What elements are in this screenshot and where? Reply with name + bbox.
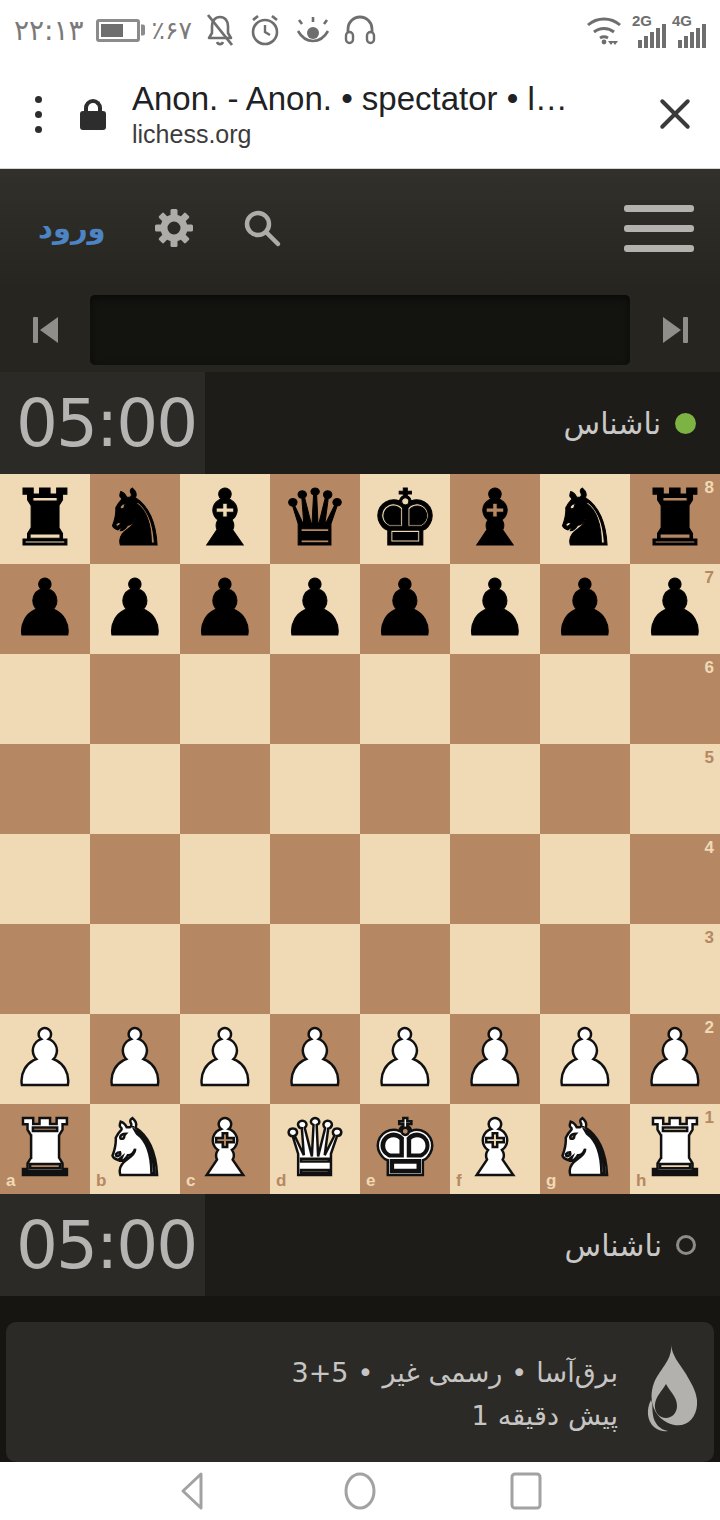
white-pawn[interactable]: ♟	[90, 1014, 180, 1104]
chess-board: ♜♞♝♛♚♝♞8♜♟♟♟♟♟♟♟7♟6543♟♟♟♟♟♟♟2♟a♜b♞c♝d♛e…	[0, 474, 720, 1194]
square-c4[interactable]	[180, 834, 270, 924]
square-f4[interactable]	[450, 834, 540, 924]
info-word: غیر	[382, 1357, 419, 1388]
back-icon[interactable]	[170, 1467, 218, 1515]
page-title: Anon. - Anon. • spectator • l…	[132, 80, 568, 118]
square-a6[interactable]	[0, 654, 90, 744]
black-knight[interactable]: ♞	[540, 474, 630, 564]
battery-percent: ٪۶۷	[152, 16, 192, 45]
page-url: lichess.org	[132, 120, 568, 149]
square-c1[interactable]: c♝	[180, 1104, 270, 1194]
square-g2[interactable]: ♟	[540, 1014, 630, 1104]
white-pawn[interactable]: ♟	[630, 1014, 720, 1104]
white-bishop[interactable]: ♝	[180, 1104, 270, 1194]
square-d5[interactable]	[270, 744, 360, 834]
game-info-lines: 3+5•غیررسمی•برق‌آسا 1دقیقهپیش	[6, 1353, 618, 1431]
game-time-ago-line: 1دقیقهپیش	[6, 1400, 618, 1431]
black-pawn[interactable]: ♟	[540, 564, 630, 654]
info-word: پیش	[568, 1400, 618, 1431]
info-word: دقیقه	[498, 1400, 559, 1431]
square-e5[interactable]	[360, 744, 450, 834]
bottom-player-id[interactable]: ناشناس	[565, 1228, 696, 1263]
battery-icon	[96, 19, 140, 42]
bottom-player-row: 05:00 ناشناس	[0, 1194, 720, 1296]
game-setup-line: 3+5•غیررسمی•برق‌آسا	[6, 1357, 618, 1388]
spacer	[0, 1296, 720, 1322]
white-pawn[interactable]: ♟	[450, 1014, 540, 1104]
white-pawn[interactable]: ♟	[540, 1014, 630, 1104]
square-h5[interactable]: 5	[630, 744, 720, 834]
hamburger-icon[interactable]	[624, 205, 694, 252]
white-bishop[interactable]: ♝	[450, 1104, 540, 1194]
white-rook[interactable]: ♜	[630, 1104, 720, 1194]
square-g7[interactable]: ♟	[540, 564, 630, 654]
white-pawn[interactable]: ♟	[270, 1014, 360, 1104]
lock-icon[interactable]	[76, 99, 110, 130]
alarm-icon	[248, 13, 282, 47]
square-f1[interactable]: f♝	[450, 1104, 540, 1194]
square-a7[interactable]: ♟	[0, 564, 90, 654]
bottom-player-name: ناشناس	[565, 1228, 662, 1263]
white-knight[interactable]: ♞	[90, 1104, 180, 1194]
black-knight[interactable]: ♞	[90, 474, 180, 564]
android-nav-bar	[0, 1462, 720, 1520]
square-h1[interactable]: 1h♜	[630, 1104, 720, 1194]
square-a1[interactable]: a♜	[0, 1104, 90, 1194]
top-clock-time: 05:00	[16, 385, 196, 462]
square-c3[interactable]	[180, 924, 270, 1014]
headset-icon	[344, 13, 376, 47]
square-h8[interactable]: 8♜	[630, 474, 720, 564]
square-b7[interactable]: ♟	[90, 564, 180, 654]
white-knight[interactable]: ♞	[540, 1104, 630, 1194]
signal-4g-icon: 4G	[678, 12, 706, 48]
black-pawn[interactable]: ♟	[630, 564, 720, 654]
square-e2[interactable]: ♟	[360, 1014, 450, 1104]
black-pawn[interactable]: ♟	[90, 564, 180, 654]
square-b4[interactable]	[90, 834, 180, 924]
square-c5[interactable]	[180, 744, 270, 834]
square-a5[interactable]	[0, 744, 90, 834]
square-g5[interactable]	[540, 744, 630, 834]
move-list[interactable]	[90, 295, 630, 365]
square-g4[interactable]	[540, 834, 630, 924]
white-queen[interactable]: ♛	[270, 1104, 360, 1194]
wifi-icon	[582, 12, 626, 48]
bottom-clock-time: 05:00	[16, 1207, 196, 1284]
square-a3[interactable]	[0, 924, 90, 1014]
white-pawn[interactable]: ♟	[180, 1014, 270, 1104]
square-d8[interactable]: ♛	[270, 474, 360, 564]
square-a8[interactable]: ♜	[0, 474, 90, 564]
square-d4[interactable]	[270, 834, 360, 924]
square-g1[interactable]: g♞	[540, 1104, 630, 1194]
recents-icon[interactable]	[502, 1467, 550, 1515]
top-player-row: 05:00 ناشناس	[0, 372, 720, 474]
square-d7[interactable]: ♟	[270, 564, 360, 654]
info-word: برق‌آسا	[536, 1357, 618, 1388]
square-c2[interactable]: ♟	[180, 1014, 270, 1104]
black-pawn[interactable]: ♟	[360, 564, 450, 654]
square-h7[interactable]: 7♟	[630, 564, 720, 654]
flame-icon	[618, 1344, 714, 1440]
square-h6[interactable]: 6	[630, 654, 720, 744]
info-word: 3+5	[291, 1357, 348, 1388]
top-player-id[interactable]: ناشناس	[564, 406, 696, 441]
black-bishop[interactable]: ♝	[450, 474, 540, 564]
square-f3[interactable]	[450, 924, 540, 1014]
square-f7[interactable]: ♟	[450, 564, 540, 654]
search-icon[interactable]	[242, 208, 282, 248]
info-word: •	[357, 1357, 373, 1388]
login-link[interactable]: ورود	[38, 211, 106, 245]
square-b1[interactable]: b♞	[90, 1104, 180, 1194]
square-g8[interactable]: ♞	[540, 474, 630, 564]
muted-bell-icon	[204, 13, 236, 47]
top-player-name: ناشناس	[564, 406, 661, 441]
black-pawn[interactable]: ♟	[0, 564, 90, 654]
square-b6[interactable]	[90, 654, 180, 744]
info-word: •	[511, 1357, 527, 1388]
eye-icon	[294, 13, 332, 47]
square-f8[interactable]: ♝	[450, 474, 540, 564]
status-bar: ۲۲:۱۳ ٪۶۷ 2G 4G	[0, 0, 720, 60]
black-pawn[interactable]: ♟	[270, 564, 360, 654]
kebab-menu-icon[interactable]	[18, 96, 58, 133]
offline-ring-icon	[676, 1235, 696, 1255]
browser-bar: Anon. - Anon. • spectator • l… lichess.o…	[0, 60, 720, 168]
square-e3[interactable]	[360, 924, 450, 1014]
square-b2[interactable]: ♟	[90, 1014, 180, 1104]
square-d1[interactable]: d♛	[270, 1104, 360, 1194]
square-b5[interactable]	[90, 744, 180, 834]
square-e6[interactable]	[360, 654, 450, 744]
status-right-cluster: 2G 4G	[582, 12, 706, 48]
bottom-clock: 05:00	[0, 1194, 205, 1296]
black-rook[interactable]: ♜	[0, 474, 90, 564]
square-f6[interactable]	[450, 654, 540, 744]
square-e4[interactable]	[360, 834, 450, 924]
skip-to-start-button[interactable]	[0, 288, 90, 372]
game-info-card: 3+5•غیررسمی•برق‌آسا 1دقیقهپیش	[6, 1322, 714, 1462]
info-word: 1	[472, 1400, 489, 1431]
status-left-cluster: ۲۲:۱۳ ٪۶۷	[14, 13, 376, 47]
square-c7[interactable]: ♟	[180, 564, 270, 654]
move-strip	[0, 288, 720, 372]
black-bishop[interactable]: ♝	[180, 474, 270, 564]
home-icon[interactable]	[336, 1467, 384, 1515]
rank-label: 6	[705, 658, 714, 678]
square-f2[interactable]: ♟	[450, 1014, 540, 1104]
square-g3[interactable]	[540, 924, 630, 1014]
square-d3[interactable]	[270, 924, 360, 1014]
network-2g-label: 2G	[632, 12, 652, 29]
black-king[interactable]: ♚	[360, 474, 450, 564]
site-header: ورود	[0, 168, 720, 288]
square-c8[interactable]: ♝	[180, 474, 270, 564]
info-word: رسمی	[429, 1357, 503, 1388]
rank-label: 4	[705, 838, 714, 858]
rank-label: 3	[705, 928, 714, 948]
black-rook[interactable]: ♜	[630, 474, 720, 564]
black-pawn[interactable]: ♟	[450, 564, 540, 654]
square-c6[interactable]	[180, 654, 270, 744]
rank-label: 5	[705, 748, 714, 768]
gear-icon[interactable]	[154, 208, 194, 248]
square-e7[interactable]: ♟	[360, 564, 450, 654]
square-b8[interactable]: ♞	[90, 474, 180, 564]
white-pawn[interactable]: ♟	[0, 1014, 90, 1104]
online-dot	[675, 413, 696, 434]
square-e1[interactable]: e♚	[360, 1104, 450, 1194]
signal-2g-icon: 2G	[638, 12, 666, 48]
square-f5[interactable]	[450, 744, 540, 834]
white-pawn[interactable]: ♟	[360, 1014, 450, 1104]
square-d6[interactable]	[270, 654, 360, 744]
square-h4[interactable]: 4	[630, 834, 720, 924]
square-g6[interactable]	[540, 654, 630, 744]
white-rook[interactable]: ♜	[0, 1104, 90, 1194]
square-h3[interactable]: 3	[630, 924, 720, 1014]
skip-to-end-button[interactable]	[630, 288, 720, 372]
square-h2[interactable]: 2♟	[630, 1014, 720, 1104]
square-e8[interactable]: ♚	[360, 474, 450, 564]
square-b3[interactable]	[90, 924, 180, 1014]
phone-screen: ۲۲:۱۳ ٪۶۷ 2G 4G	[0, 0, 720, 1520]
black-pawn[interactable]: ♟	[180, 564, 270, 654]
black-queen[interactable]: ♛	[270, 474, 360, 564]
top-clock: 05:00	[0, 372, 205, 474]
white-king[interactable]: ♚	[360, 1104, 450, 1194]
clock-time: ۲۲:۱۳	[14, 14, 84, 47]
square-a4[interactable]	[0, 834, 90, 924]
close-icon[interactable]	[654, 93, 696, 135]
network-4g-label: 4G	[672, 12, 692, 29]
square-d2[interactable]: ♟	[270, 1014, 360, 1104]
square-a2[interactable]: ♟	[0, 1014, 90, 1104]
tab-title-block: Anon. - Anon. • spectator • l… lichess.o…	[132, 80, 568, 149]
